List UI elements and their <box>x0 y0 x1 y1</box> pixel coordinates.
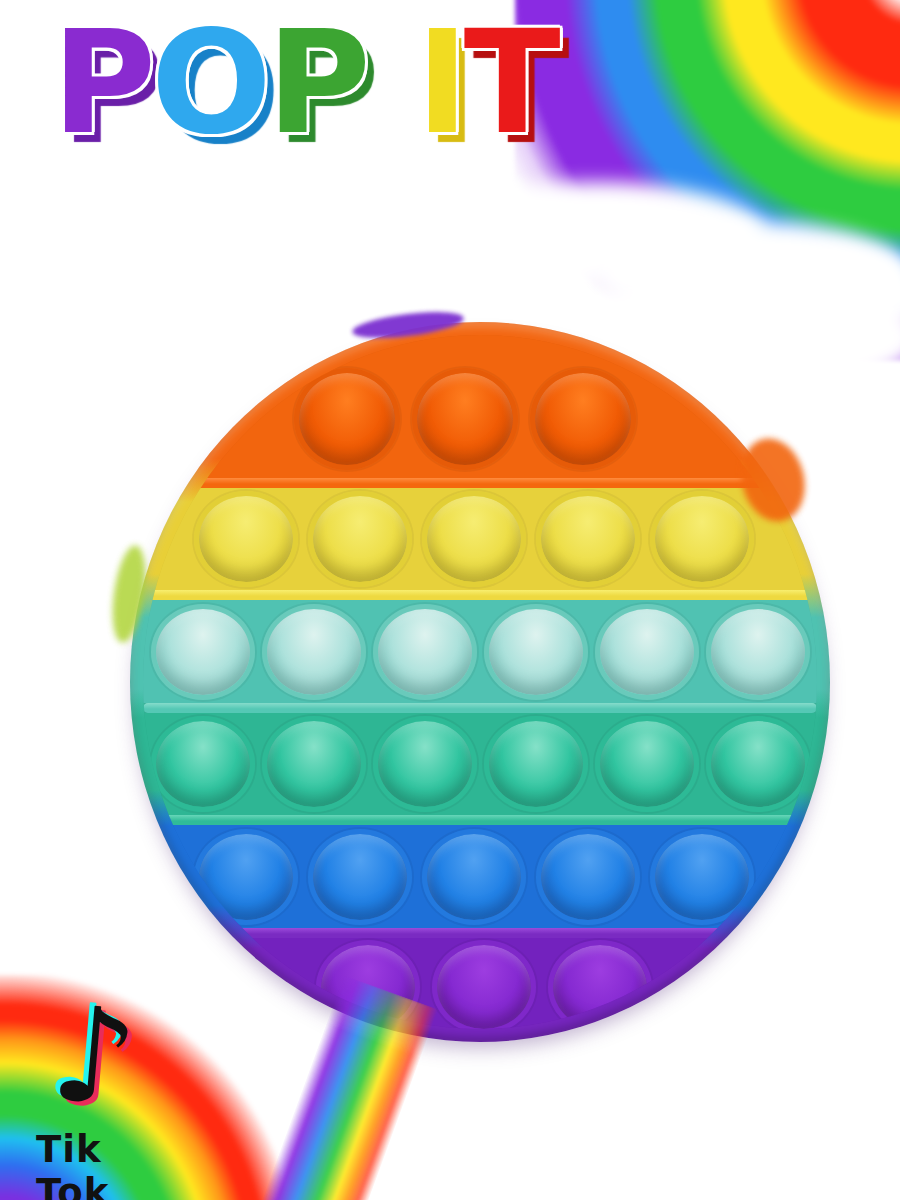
bubble-cyan-2[interactable] <box>262 604 366 700</box>
bubble-blue-4[interactable] <box>536 829 640 925</box>
bubble-yellow-5[interactable] <box>650 491 754 587</box>
bubble-orange-1[interactable] <box>294 368 400 470</box>
bubble-blue-1[interactable] <box>194 829 298 925</box>
bubble-row-yellow <box>143 488 817 590</box>
bubble-blue-5[interactable] <box>650 829 754 925</box>
bubble-teal-2[interactable] <box>262 716 366 812</box>
page-background: POP IT ♪ Tik Tok <box>0 0 900 1200</box>
bubble-teal-3[interactable] <box>373 716 477 812</box>
title-letter: T <box>464 16 556 151</box>
bubble-board <box>143 335 817 1029</box>
title-letter <box>366 16 416 151</box>
row-ridge <box>143 478 817 488</box>
bubble-purple-3[interactable] <box>548 940 652 1029</box>
bubble-yellow-3[interactable] <box>422 491 526 587</box>
row-ridge <box>143 703 817 713</box>
bubble-cyan-6[interactable] <box>706 604 810 700</box>
bubble-cyan-4[interactable] <box>484 604 588 700</box>
title-letter: P <box>52 16 151 151</box>
bubble-teal-4[interactable] <box>484 716 588 812</box>
row-ridge <box>143 928 817 938</box>
row-ridge <box>143 590 817 600</box>
bubble-row-blue <box>143 825 817 928</box>
pop-it-title: POP IT <box>52 16 556 151</box>
bubble-row-cyan <box>143 600 817 703</box>
bubble-yellow-1[interactable] <box>194 491 298 587</box>
bubble-yellow-2[interactable] <box>308 491 412 587</box>
bubble-teal-5[interactable] <box>595 716 699 812</box>
bubble-orange-3[interactable] <box>530 368 636 470</box>
bubble-blue-2[interactable] <box>308 829 412 925</box>
bubble-yellow-4[interactable] <box>536 491 640 587</box>
title-letter: O <box>151 16 267 151</box>
bubble-orange-2[interactable] <box>412 368 518 470</box>
bubble-row-teal <box>143 713 817 815</box>
music-note-icon: ♪ <box>46 987 141 1126</box>
pop-it-toy <box>130 322 830 1042</box>
bubble-teal-1[interactable] <box>151 716 255 812</box>
tiktok-label: Tik Tok <box>36 1128 109 1200</box>
row-ridge <box>143 815 817 825</box>
bubble-cyan-1[interactable] <box>151 604 255 700</box>
bubble-blue-3[interactable] <box>422 829 526 925</box>
title-letter: P <box>267 16 366 151</box>
cloud <box>390 168 520 230</box>
bubble-cyan-3[interactable] <box>373 604 477 700</box>
bubble-cyan-5[interactable] <box>595 604 699 700</box>
bubble-purple-2[interactable] <box>432 940 536 1029</box>
bubble-teal-6[interactable] <box>706 716 810 812</box>
title-letter: I <box>416 16 464 151</box>
